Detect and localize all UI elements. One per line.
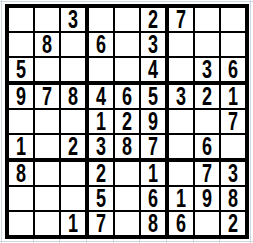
cell-r2c6[interactable]: 3 bbox=[141, 33, 169, 58]
cell-digit: 7 bbox=[96, 212, 106, 235]
cell-digit: 6 bbox=[202, 135, 212, 158]
spreadsheet-gridline bbox=[250, 0, 251, 243]
cell-r4c3[interactable]: 8 bbox=[61, 85, 89, 110]
cell-r7c9[interactable]: 3 bbox=[221, 162, 245, 187]
spreadsheet-gridline bbox=[33, 239, 34, 243]
cell-r5c6[interactable]: 9 bbox=[141, 110, 169, 135]
cell-digit: 6 bbox=[122, 85, 132, 108]
cell-digit: 1 bbox=[68, 212, 78, 235]
cell-digit: 9 bbox=[16, 85, 26, 108]
cell-digit: 3 bbox=[148, 33, 158, 56]
cell-r7c2[interactable] bbox=[35, 162, 61, 187]
cell-digit: 1 bbox=[228, 85, 238, 108]
cell-r8c7[interactable]: 1 bbox=[169, 187, 195, 212]
cell-r9c8[interactable] bbox=[195, 212, 221, 235]
cell-digit: 5 bbox=[148, 85, 158, 108]
cell-r8c4[interactable]: 5 bbox=[89, 187, 115, 212]
cell-digit: 6 bbox=[96, 33, 106, 56]
cell-r5c8[interactable] bbox=[195, 110, 221, 135]
cell-digit: 8 bbox=[68, 85, 78, 108]
cell-digit: 2 bbox=[96, 162, 106, 185]
cell-digit: 1 bbox=[16, 135, 26, 158]
cell-r9c9[interactable]: 2 bbox=[221, 212, 245, 235]
cell-r8c1[interactable] bbox=[9, 187, 35, 212]
cell-r6c5[interactable]: 8 bbox=[115, 135, 141, 162]
cell-r7c6[interactable]: 1 bbox=[141, 162, 169, 187]
sudoku-board: 3278635436978465321129712387682173561981… bbox=[5, 4, 249, 239]
cell-r3c2[interactable] bbox=[35, 58, 61, 85]
cell-r1c2[interactable] bbox=[35, 8, 61, 33]
cell-r4c9[interactable]: 1 bbox=[221, 85, 245, 110]
cell-r4c8[interactable]: 2 bbox=[195, 85, 221, 110]
spreadsheet-gridline bbox=[139, 239, 140, 243]
cell-r8c5[interactable] bbox=[115, 187, 141, 212]
spreadsheet-gridline bbox=[113, 239, 114, 243]
cell-digit: 6 bbox=[148, 187, 158, 210]
cell-digit: 3 bbox=[228, 162, 238, 185]
cell-r6c1[interactable]: 1 bbox=[9, 135, 35, 162]
spreadsheet-gridline bbox=[0, 1, 253, 2]
cell-digit: 7 bbox=[176, 8, 186, 31]
cell-digit: 9 bbox=[148, 110, 158, 133]
cell-r5c4[interactable]: 1 bbox=[89, 110, 115, 135]
cell-r9c3[interactable]: 1 bbox=[61, 212, 89, 235]
cell-digit: 8 bbox=[16, 162, 26, 185]
cell-digit: 9 bbox=[202, 187, 212, 210]
cell-r2c2[interactable]: 8 bbox=[35, 33, 61, 58]
cell-r8c2[interactable] bbox=[35, 187, 61, 212]
spreadsheet-gridline bbox=[219, 239, 220, 243]
cell-digit: 5 bbox=[96, 187, 106, 210]
cell-r3c9[interactable]: 6 bbox=[221, 58, 245, 85]
cell-r3c3[interactable] bbox=[61, 58, 89, 85]
cell-r1c3[interactable]: 3 bbox=[61, 8, 89, 33]
cell-digit: 2 bbox=[68, 135, 78, 158]
cell-r1c8[interactable] bbox=[195, 8, 221, 33]
cell-digit: 2 bbox=[202, 85, 212, 108]
cell-digit: 5 bbox=[16, 58, 26, 81]
cell-digit: 4 bbox=[148, 58, 158, 81]
cell-digit: 8 bbox=[228, 187, 238, 210]
cell-r5c1[interactable] bbox=[9, 110, 35, 135]
cell-r1c7[interactable]: 7 bbox=[169, 8, 195, 33]
cell-r2c7[interactable] bbox=[169, 33, 195, 58]
cell-digit: 1 bbox=[176, 187, 186, 210]
cell-digit: 3 bbox=[202, 58, 212, 81]
cell-r9c1[interactable] bbox=[9, 212, 35, 235]
cell-r5c5[interactable]: 2 bbox=[115, 110, 141, 135]
cell-digit: 1 bbox=[96, 110, 106, 133]
cell-r3c1[interactable]: 5 bbox=[9, 58, 35, 85]
cell-digit: 7 bbox=[148, 135, 158, 158]
cell-r9c7[interactable]: 6 bbox=[169, 212, 195, 235]
spreadsheet-gridline bbox=[59, 239, 60, 243]
cell-r2c3[interactable] bbox=[61, 33, 89, 58]
cell-r8c8[interactable]: 9 bbox=[195, 187, 221, 212]
cell-digit: 1 bbox=[148, 162, 158, 185]
cell-r2c9[interactable] bbox=[221, 33, 245, 58]
cell-r2c5[interactable] bbox=[115, 33, 141, 58]
cell-r1c4[interactable] bbox=[89, 8, 115, 33]
cell-digit: 6 bbox=[176, 212, 186, 235]
cell-r6c3[interactable]: 2 bbox=[61, 135, 89, 162]
cell-r4c7[interactable]: 3 bbox=[169, 85, 195, 110]
cell-r3c7[interactable] bbox=[169, 58, 195, 85]
spreadsheet-gridline bbox=[0, 241, 253, 242]
cell-r6c4[interactable]: 3 bbox=[89, 135, 115, 162]
spreadsheet-gridline bbox=[166, 239, 167, 243]
cell-r6c7[interactable] bbox=[169, 135, 195, 162]
cell-r8c6[interactable]: 6 bbox=[141, 187, 169, 212]
cell-r5c2[interactable] bbox=[35, 110, 61, 135]
cell-r6c9[interactable] bbox=[221, 135, 245, 162]
cell-r6c2[interactable] bbox=[35, 135, 61, 162]
cell-r3c6[interactable]: 4 bbox=[141, 58, 169, 85]
cell-r4c5[interactable]: 6 bbox=[115, 85, 141, 110]
cell-digit: 2 bbox=[148, 8, 158, 31]
cell-digit: 8 bbox=[148, 212, 158, 235]
spreadsheet-gridline bbox=[86, 239, 87, 243]
cell-r3c5[interactable] bbox=[115, 58, 141, 85]
cell-digit: 3 bbox=[68, 8, 78, 31]
cell-r2c4[interactable]: 6 bbox=[89, 33, 115, 58]
cell-r9c4[interactable]: 7 bbox=[89, 212, 115, 235]
cell-digit: 7 bbox=[42, 85, 52, 108]
cell-r7c8[interactable]: 7 bbox=[195, 162, 221, 187]
cell-r1c6[interactable]: 2 bbox=[141, 8, 169, 33]
cell-r7c5[interactable] bbox=[115, 162, 141, 187]
cell-r3c8[interactable]: 3 bbox=[195, 58, 221, 85]
cell-r1c5[interactable] bbox=[115, 8, 141, 33]
cell-r8c9[interactable]: 8 bbox=[221, 187, 245, 212]
cell-digit: 6 bbox=[228, 58, 238, 81]
cell-r7c1[interactable]: 8 bbox=[9, 162, 35, 187]
cell-r3c4[interactable] bbox=[89, 58, 115, 85]
cell-r5c3[interactable] bbox=[61, 110, 89, 135]
cell-r4c1[interactable]: 9 bbox=[9, 85, 35, 110]
cell-r9c2[interactable] bbox=[35, 212, 61, 235]
cell-r2c8[interactable] bbox=[195, 33, 221, 58]
cell-digit: 8 bbox=[42, 33, 52, 56]
cell-r1c1[interactable] bbox=[9, 8, 35, 33]
cell-r8c3[interactable] bbox=[61, 187, 89, 212]
cell-r7c4[interactable]: 2 bbox=[89, 162, 115, 187]
cell-digit: 2 bbox=[122, 110, 132, 133]
cell-r9c5[interactable] bbox=[115, 212, 141, 235]
cell-r9c6[interactable]: 8 bbox=[141, 212, 169, 235]
cell-digit: 4 bbox=[96, 85, 106, 108]
cell-r1c9[interactable] bbox=[221, 8, 245, 33]
cell-r7c3[interactable] bbox=[61, 162, 89, 187]
cell-digit: 8 bbox=[122, 135, 132, 158]
cell-digit: 3 bbox=[176, 85, 186, 108]
cell-r4c6[interactable]: 5 bbox=[141, 85, 169, 110]
cell-digit: 2 bbox=[228, 212, 238, 235]
cell-r7c7[interactable] bbox=[169, 162, 195, 187]
cell-r5c7[interactable] bbox=[169, 110, 195, 135]
cell-r6c6[interactable]: 7 bbox=[141, 135, 169, 162]
spreadsheet-gridline bbox=[193, 239, 194, 243]
cell-r4c4[interactable]: 4 bbox=[89, 85, 115, 110]
cell-r5c9[interactable]: 7 bbox=[221, 110, 245, 135]
cell-r2c1[interactable] bbox=[9, 33, 35, 58]
cell-digit: 7 bbox=[228, 110, 238, 133]
cell-digit: 7 bbox=[202, 162, 212, 185]
cell-r6c8[interactable]: 6 bbox=[195, 135, 221, 162]
cell-digit: 3 bbox=[96, 135, 106, 158]
spreadsheet-gridline bbox=[1, 0, 2, 243]
cell-r4c2[interactable]: 7 bbox=[35, 85, 61, 110]
